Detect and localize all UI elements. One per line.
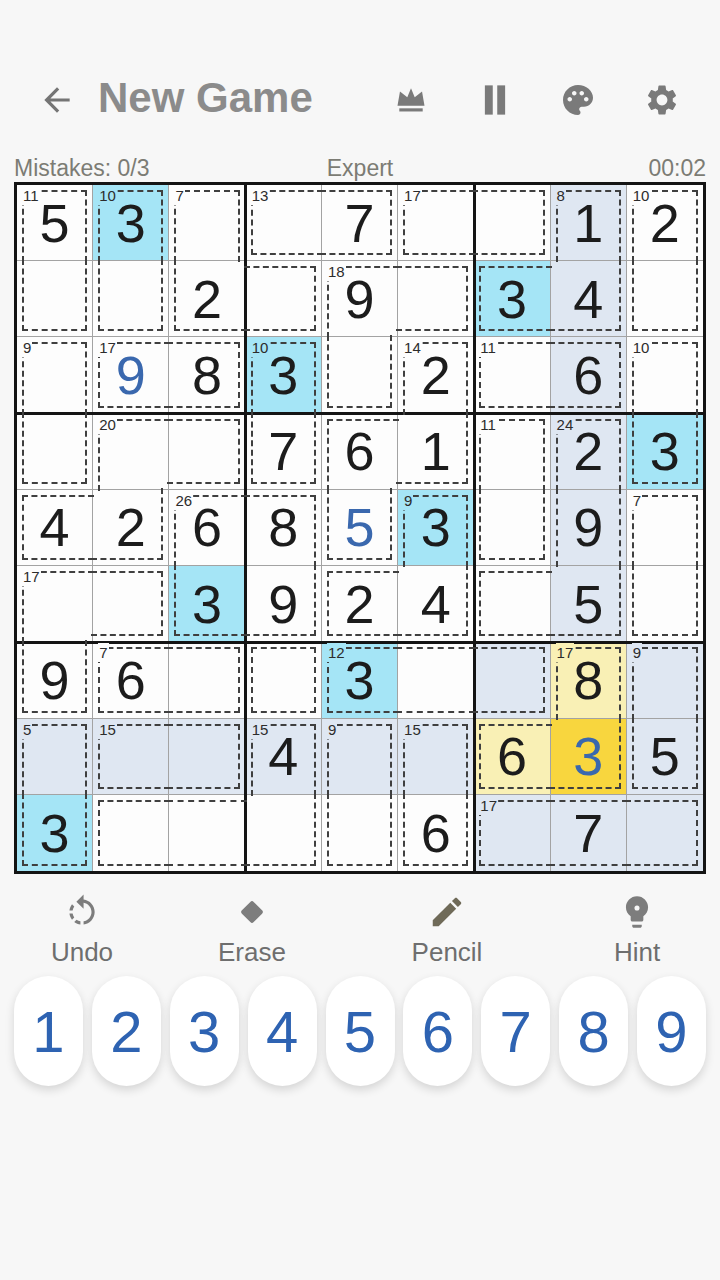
cell-r9c7[interactable]: 17 — [474, 795, 550, 871]
given-digit: 6 — [322, 414, 397, 489]
palette-icon[interactable] — [560, 82, 596, 118]
cage-sum-label: 26 — [174, 491, 193, 510]
cage-sum-label: 24 — [556, 415, 575, 434]
cell-r8c7[interactable]: 6 — [474, 719, 550, 795]
cell-r8c2[interactable]: 15 — [93, 719, 169, 795]
given-digit: 8 — [246, 490, 321, 565]
cell-r6c4[interactable]: 9 — [246, 566, 322, 642]
cell-r7c9[interactable]: 9 — [627, 642, 703, 718]
cage-border — [91, 571, 163, 636]
difficulty-label: Expert — [14, 155, 706, 182]
cage-sum-label: 12 — [327, 643, 346, 662]
cell-r4c2[interactable]: 20 — [93, 414, 169, 490]
cage-sum-label: 13 — [251, 186, 270, 205]
cage-border — [22, 259, 87, 331]
cage-sum-label: 9 — [632, 643, 642, 662]
cage-sum-label: 17 — [479, 796, 498, 815]
cage-sum-label: 7 — [632, 491, 642, 510]
numpad-4[interactable]: 4 — [248, 976, 317, 1086]
eraser-icon — [233, 917, 271, 934]
cell-r2c9[interactable] — [627, 261, 703, 337]
cell-r6c6[interactable]: 4 — [398, 566, 474, 642]
given-digit: 2 — [93, 490, 168, 565]
cell-r6c3[interactable]: 3 — [169, 566, 245, 642]
numpad-8[interactable]: 8 — [559, 976, 628, 1086]
cage-sum-label: 10 — [632, 338, 651, 357]
cage-sum-label: 10 — [632, 186, 651, 205]
given-digit: 2 — [322, 566, 397, 641]
cell-r7c1[interactable]: 9 — [17, 642, 93, 718]
cell-r6c5[interactable]: 2 — [322, 566, 398, 642]
given-digit: 9 — [246, 566, 321, 641]
cell-r2c3[interactable]: 2 — [169, 261, 245, 337]
cell-r3c5[interactable] — [322, 337, 398, 413]
cell-r5c5[interactable]: 5 — [322, 490, 398, 566]
cell-r2c5[interactable]: 189 — [322, 261, 398, 337]
cell-r5c7[interactable] — [474, 490, 550, 566]
cell-r9c2[interactable] — [93, 795, 169, 871]
cage-sum-label: 17 — [556, 643, 575, 662]
cage-sum-label: 14 — [403, 338, 422, 357]
header: New Game — [0, 78, 720, 138]
cage-border — [327, 335, 392, 407]
cell-r1c7[interactable] — [474, 185, 550, 261]
cage-border — [625, 800, 698, 866]
pencil-icon — [428, 917, 466, 934]
given-digit: 6 — [398, 795, 473, 871]
cell-r9c8[interactable]: 7 — [551, 795, 627, 871]
cell-r1c2[interactable]: 103 — [93, 185, 169, 261]
cell-grid: 1151037137178110221893491798103142116102… — [17, 185, 703, 871]
user-digit: 5 — [322, 490, 397, 565]
pencil-label: Pencil — [387, 937, 507, 968]
cell-r3c3[interactable]: 8 — [169, 337, 245, 413]
given-digit: 3 — [627, 414, 703, 489]
cell-r9c9[interactable] — [627, 795, 703, 871]
cell-r5c6[interactable]: 93 — [398, 490, 474, 566]
cell-r5c2[interactable]: 2 — [93, 490, 169, 566]
cell-r8c5[interactable]: 9 — [322, 719, 398, 795]
cell-r4c8[interactable]: 242 — [551, 414, 627, 490]
cell-r5c1[interactable]: 4 — [17, 490, 93, 566]
cell-r6c7[interactable] — [474, 566, 550, 642]
cell-r2c1[interactable] — [17, 261, 93, 337]
erase-label: Erase — [192, 937, 312, 968]
given-digit: 7 — [246, 414, 321, 489]
cell-r3c1[interactable]: 9 — [17, 337, 93, 413]
cage-border — [396, 266, 468, 331]
cell-r4c4[interactable]: 7 — [246, 414, 322, 490]
hint-label: Hint — [577, 937, 697, 968]
cell-r1c9[interactable]: 102 — [627, 185, 703, 261]
given-digit: 3 — [17, 795, 92, 871]
cage-border — [167, 647, 239, 712]
cell-r2c8[interactable]: 4 — [551, 261, 627, 337]
cage-sum-label: 15 — [403, 720, 422, 739]
cell-r4c5[interactable]: 6 — [322, 414, 398, 490]
given-digit: 2 — [169, 261, 244, 336]
undo-label: Undo — [22, 937, 142, 968]
cage-sum-label: 11 — [479, 415, 497, 434]
numpad-2[interactable]: 2 — [92, 976, 161, 1086]
given-digit: 6 — [474, 719, 549, 794]
cage-border — [167, 724, 239, 789]
cell-r3c7[interactable]: 11 — [474, 337, 550, 413]
cell-r4c3[interactable] — [169, 414, 245, 490]
cell-r7c7[interactable] — [474, 642, 550, 718]
timer: 00:02 — [648, 155, 706, 182]
cell-r8c8[interactable]: 3 — [551, 719, 627, 795]
cell-r8c9[interactable]: 5 — [627, 719, 703, 795]
cage-sum-label: 9 — [22, 338, 32, 357]
given-digit: 9 — [17, 642, 92, 717]
cell-r9c1[interactable]: 3 — [17, 795, 93, 871]
undo-button[interactable]: Undo — [22, 893, 142, 968]
cage-border — [251, 647, 316, 712]
cell-r8c4[interactable]: 154 — [246, 719, 322, 795]
cell-r6c1[interactable]: 17 — [17, 566, 93, 642]
given-digit: 8 — [169, 337, 244, 412]
given-digit: 4 — [398, 566, 473, 641]
cell-r2c4[interactable] — [246, 261, 322, 337]
given-digit: 4 — [551, 261, 626, 336]
cage-border — [396, 647, 475, 712]
cell-r8c1[interactable]: 5 — [17, 719, 93, 795]
cage-border — [472, 647, 544, 712]
cell-r3c6[interactable]: 142 — [398, 337, 474, 413]
cage-border — [22, 412, 87, 484]
cage-border — [632, 259, 698, 331]
given-digit: 6 — [551, 337, 626, 412]
cell-r8c3[interactable] — [169, 719, 245, 795]
cage-border — [167, 419, 239, 484]
user-digit: 3 — [551, 719, 626, 794]
cell-r9c3[interactable] — [169, 795, 245, 871]
cell-r3c8[interactable]: 6 — [551, 337, 627, 413]
cell-r1c4[interactable]: 13 — [246, 185, 322, 261]
cage-sum-label: 9 — [403, 491, 413, 510]
cell-r1c8[interactable]: 81 — [551, 185, 627, 261]
cell-r4c7[interactable]: 11 — [474, 414, 550, 490]
cage-sum-label: 9 — [327, 720, 337, 739]
number-pad: 123456789 — [0, 976, 720, 1088]
cage-border — [327, 793, 392, 866]
given-digit: 7 — [322, 185, 397, 260]
cage-sum-label: 7 — [98, 643, 108, 662]
numpad-3[interactable]: 3 — [170, 976, 239, 1086]
cell-r7c5[interactable]: 123 — [322, 642, 398, 718]
cell-r2c2[interactable] — [93, 261, 169, 337]
sudoku-board: 1151037137178110221893491798103142116102… — [14, 182, 706, 874]
cage-sum-label: 15 — [98, 720, 117, 739]
cell-r1c6[interactable]: 17 — [398, 185, 474, 261]
given-digit: 7 — [551, 795, 626, 871]
cage-sum-label: 11 — [22, 186, 40, 205]
settings-gear-icon[interactable] — [644, 82, 680, 118]
cell-r3c9[interactable]: 10 — [627, 337, 703, 413]
given-digit: 4 — [17, 490, 92, 565]
cell-r8c6[interactable]: 15 — [398, 719, 474, 795]
cell-r5c4[interactable]: 8 — [246, 490, 322, 566]
numpad-6[interactable]: 6 — [403, 976, 472, 1086]
cage-border — [632, 564, 698, 636]
cell-r2c7[interactable]: 3 — [474, 261, 550, 337]
cell-r5c3[interactable]: 266 — [169, 490, 245, 566]
cell-r2c6[interactable] — [398, 261, 474, 337]
cage-border — [479, 488, 544, 560]
given-digit: 3 — [169, 566, 244, 641]
cage-sum-label: 15 — [251, 720, 270, 739]
given-digit: 3 — [474, 261, 549, 336]
cell-r7c6[interactable] — [398, 642, 474, 718]
given-digit: 1 — [398, 414, 473, 489]
cell-r1c5[interactable]: 7 — [322, 185, 398, 261]
cage-sum-label: 17 — [98, 338, 117, 357]
numpad-7[interactable]: 7 — [481, 976, 550, 1086]
cage-sum-label: 5 — [22, 720, 32, 739]
numpad-9[interactable]: 9 — [637, 976, 706, 1086]
cage-sum-label: 8 — [556, 186, 566, 205]
undo-icon — [63, 917, 101, 934]
cage-sum-label: 18 — [327, 262, 346, 281]
erase-button[interactable]: Erase — [192, 893, 312, 968]
cage-sum-label: 11 — [479, 338, 497, 357]
cell-r7c2[interactable]: 76 — [93, 642, 169, 718]
crown-icon[interactable] — [393, 82, 429, 118]
cage-sum-label: 7 — [174, 186, 184, 205]
cell-r3c4[interactable]: 103 — [246, 337, 322, 413]
status-bar: Mistakes: 0/3 Expert 00:02 — [14, 155, 706, 181]
cell-r9c4[interactable] — [246, 795, 322, 871]
cell-r1c1[interactable]: 115 — [17, 185, 93, 261]
back-arrow-icon[interactable] — [38, 81, 76, 119]
cell-r4c1[interactable] — [17, 414, 93, 490]
cage-border — [167, 800, 246, 866]
cage-border — [479, 571, 551, 636]
given-digit: 5 — [627, 719, 703, 794]
cage-sum-label: 20 — [98, 415, 117, 434]
cage-border — [244, 793, 316, 866]
cage-border — [472, 190, 544, 255]
given-digit: 9 — [551, 490, 626, 565]
cell-r5c9[interactable]: 7 — [627, 490, 703, 566]
cage-sum-label: 10 — [98, 186, 117, 205]
cell-r9c6[interactable]: 6 — [398, 795, 474, 871]
cell-r5c8[interactable]: 9 — [551, 490, 627, 566]
cage-border — [244, 266, 316, 331]
given-digit: 5 — [551, 566, 626, 641]
cell-r4c6[interactable]: 1 — [398, 414, 474, 490]
cell-r7c3[interactable] — [169, 642, 245, 718]
cell-r4c9[interactable]: 3 — [627, 414, 703, 490]
hint-button[interactable]: Hint — [577, 893, 697, 968]
cell-r7c4[interactable] — [246, 642, 322, 718]
numpad-5[interactable]: 5 — [326, 976, 395, 1086]
cell-r6c2[interactable] — [93, 566, 169, 642]
cell-r7c8[interactable]: 178 — [551, 642, 627, 718]
page-title: New Game — [98, 74, 313, 122]
pause-icon[interactable] — [477, 82, 513, 118]
cage-border — [98, 259, 163, 331]
cell-r6c9[interactable] — [627, 566, 703, 642]
numpad-1[interactable]: 1 — [14, 976, 83, 1086]
cage-border — [98, 800, 170, 866]
cage-sum-label: 17 — [22, 567, 41, 586]
cell-r6c8[interactable]: 5 — [551, 566, 627, 642]
cell-r3c2[interactable]: 179 — [93, 337, 169, 413]
cell-r1c3[interactable]: 7 — [169, 185, 245, 261]
cage-sum-label: 10 — [251, 338, 270, 357]
pencil-button[interactable]: Pencil — [387, 893, 507, 968]
lightbulb-icon — [618, 917, 656, 934]
cell-r9c5[interactable] — [322, 795, 398, 871]
cage-sum-label: 17 — [403, 186, 422, 205]
